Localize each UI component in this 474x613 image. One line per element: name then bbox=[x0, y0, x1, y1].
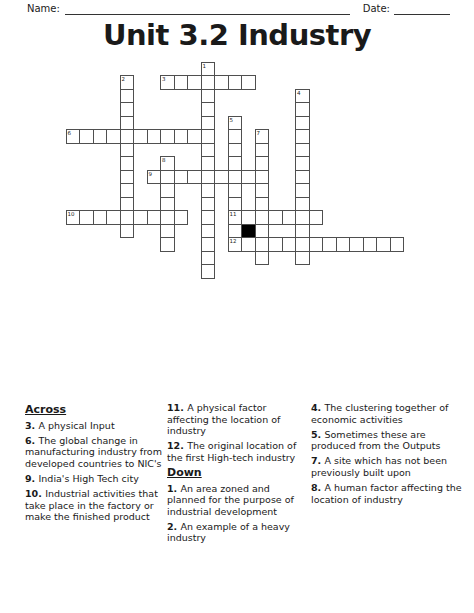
answer-cell[interactable] bbox=[255, 251, 270, 266]
answer-cell[interactable]: 11 bbox=[228, 210, 243, 225]
clue-12: 12. The original location of the first H… bbox=[167, 440, 307, 463]
cell-number: 4 bbox=[297, 90, 301, 96]
answer-cell[interactable] bbox=[187, 75, 202, 90]
answer-cell[interactable] bbox=[201, 156, 216, 171]
answer-cell[interactable] bbox=[201, 89, 216, 104]
answer-cell[interactable] bbox=[106, 210, 121, 225]
answer-cell[interactable] bbox=[120, 102, 135, 117]
answer-cell[interactable] bbox=[255, 183, 270, 198]
answer-cell[interactable] bbox=[160, 129, 175, 144]
answer-cell[interactable] bbox=[93, 210, 108, 225]
answer-cell[interactable] bbox=[120, 183, 135, 198]
answer-cell[interactable] bbox=[228, 183, 243, 198]
answer-cell[interactable] bbox=[255, 170, 270, 185]
answer-cell[interactable] bbox=[160, 183, 175, 198]
clue-number: 6. bbox=[25, 435, 39, 446]
clues-heading-down: Down bbox=[167, 467, 307, 479]
cell-number: 1 bbox=[203, 63, 207, 69]
answer-cell[interactable] bbox=[187, 170, 202, 185]
answer-cell[interactable] bbox=[255, 224, 270, 239]
answer-cell[interactable] bbox=[160, 210, 175, 225]
answer-cell[interactable] bbox=[228, 156, 243, 171]
answer-cell[interactable] bbox=[295, 129, 310, 144]
clue-number: 11. bbox=[167, 402, 187, 413]
clue-1: 1. An area zoned and planned for the pur… bbox=[167, 483, 307, 518]
answer-cell[interactable] bbox=[201, 102, 216, 117]
answer-cell[interactable] bbox=[349, 237, 364, 252]
date-label: Date: bbox=[363, 3, 390, 15]
clue-5: 5. Sometimes these are produced from the… bbox=[311, 429, 463, 452]
answer-cell[interactable]: 7 bbox=[255, 129, 270, 144]
answer-cell[interactable] bbox=[160, 237, 175, 252]
answer-cell[interactable] bbox=[322, 237, 337, 252]
clue-11: 11. A physical factor affecting the loca… bbox=[167, 402, 307, 437]
clues-column-2: 11. A physical factor affecting the loca… bbox=[167, 402, 307, 548]
answer-cell[interactable] bbox=[295, 170, 310, 185]
answer-cell[interactable] bbox=[201, 116, 216, 131]
answer-cell[interactable] bbox=[201, 251, 216, 266]
answer-cell[interactable] bbox=[160, 170, 175, 185]
clue-2: 2. An example of a heavy industry bbox=[167, 521, 307, 544]
answer-cell[interactable] bbox=[214, 75, 229, 90]
answer-cell[interactable] bbox=[336, 237, 351, 252]
answer-cell[interactable] bbox=[255, 210, 270, 225]
answer-cell[interactable]: 12 bbox=[228, 237, 243, 252]
clue-number: 1. bbox=[167, 483, 181, 494]
answer-cell[interactable] bbox=[201, 143, 216, 158]
answer-cell[interactable] bbox=[79, 129, 94, 144]
answer-cell[interactable]: 5 bbox=[228, 116, 243, 131]
cell-number: 2 bbox=[122, 76, 126, 82]
clues-heading-across: Across bbox=[25, 404, 163, 416]
answer-cell[interactable] bbox=[282, 237, 297, 252]
answer-cell[interactable] bbox=[174, 170, 189, 185]
answer-cell[interactable] bbox=[201, 197, 216, 212]
clue-4: 4. The clustering together of economic a… bbox=[311, 402, 463, 425]
clue-number: 8. bbox=[311, 482, 325, 493]
answer-cell[interactable] bbox=[282, 210, 297, 225]
answer-cell[interactable] bbox=[201, 183, 216, 198]
answer-cell[interactable] bbox=[295, 251, 310, 266]
worksheet-header: Name: Date: bbox=[27, 3, 450, 15]
clue-number: 7. bbox=[311, 455, 325, 466]
answer-cell[interactable] bbox=[120, 129, 135, 144]
answer-cell[interactable] bbox=[255, 197, 270, 212]
crossword-grid: 123456789101112 bbox=[66, 62, 404, 278]
cell-number: 6 bbox=[68, 130, 72, 136]
answer-cell[interactable] bbox=[160, 197, 175, 212]
answer-cell[interactable] bbox=[295, 237, 310, 252]
answer-cell[interactable] bbox=[174, 75, 189, 90]
answer-cell[interactable]: 10 bbox=[66, 210, 81, 225]
answer-cell[interactable] bbox=[241, 210, 256, 225]
answer-cell[interactable]: 1 bbox=[201, 62, 216, 77]
cell-number: 12 bbox=[230, 238, 237, 244]
answer-cell[interactable]: 8 bbox=[160, 156, 175, 171]
answer-cell[interactable] bbox=[201, 210, 216, 225]
answer-cell[interactable] bbox=[120, 224, 135, 239]
answer-cell[interactable] bbox=[201, 224, 216, 239]
answer-cell[interactable]: 6 bbox=[66, 129, 81, 144]
answer-cell[interactable]: 2 bbox=[120, 75, 135, 90]
answer-cell[interactable] bbox=[390, 237, 405, 252]
clue-number: 12. bbox=[167, 440, 187, 451]
cell-number: 9 bbox=[149, 171, 153, 177]
clue-number: 2. bbox=[167, 521, 181, 532]
answer-cell[interactable] bbox=[120, 197, 135, 212]
clues-column-1: Across3. A physical Input6. The global c… bbox=[25, 402, 163, 526]
answer-cell[interactable] bbox=[255, 156, 270, 171]
answer-cell[interactable] bbox=[174, 129, 189, 144]
cell-number: 10 bbox=[68, 211, 75, 217]
answer-cell[interactable] bbox=[255, 143, 270, 158]
answer-cell[interactable] bbox=[147, 210, 162, 225]
answer-cell[interactable] bbox=[241, 170, 256, 185]
answer-cell[interactable] bbox=[268, 237, 283, 252]
answer-cell[interactable] bbox=[295, 102, 310, 117]
answer-cell[interactable] bbox=[120, 143, 135, 158]
answer-cell[interactable] bbox=[228, 129, 243, 144]
date-blank-line bbox=[394, 3, 450, 15]
answer-cell[interactable] bbox=[228, 170, 243, 185]
clue-number: 4. bbox=[311, 402, 325, 413]
answer-cell[interactable] bbox=[93, 129, 108, 144]
clue-7: 7. A site which has not been previously … bbox=[311, 455, 463, 478]
answer-cell[interactable] bbox=[133, 129, 148, 144]
answer-cell[interactable] bbox=[201, 75, 216, 90]
answer-cell[interactable] bbox=[228, 75, 243, 90]
clue-6: 6. The global change in manufacturing in… bbox=[25, 435, 163, 470]
answer-cell[interactable]: 3 bbox=[160, 75, 175, 90]
answer-cell[interactable] bbox=[201, 264, 216, 279]
answer-cell[interactable] bbox=[120, 170, 135, 185]
answer-cell[interactable] bbox=[120, 116, 135, 131]
answer-cell[interactable] bbox=[120, 210, 135, 225]
clues-column-3: 4. The clustering together of economic a… bbox=[311, 402, 463, 509]
clue-number: 10. bbox=[25, 488, 45, 499]
answer-cell[interactable] bbox=[79, 210, 94, 225]
cell-number: 3 bbox=[162, 76, 166, 82]
answer-cell[interactable] bbox=[120, 156, 135, 171]
clue-8: 8. A human factor affecting the location… bbox=[311, 482, 463, 505]
answer-cell[interactable] bbox=[363, 237, 378, 252]
answer-cell[interactable] bbox=[228, 143, 243, 158]
answer-cell[interactable]: 4 bbox=[295, 89, 310, 104]
answer-cell[interactable] bbox=[201, 170, 216, 185]
name-blank-line bbox=[65, 3, 350, 15]
answer-cell[interactable] bbox=[255, 237, 270, 252]
clue-number: 3. bbox=[25, 420, 39, 431]
name-label: Name: bbox=[27, 3, 60, 15]
answer-cell[interactable] bbox=[268, 210, 283, 225]
answer-cell[interactable] bbox=[228, 224, 243, 239]
cell-number: 7 bbox=[257, 130, 261, 136]
answer-cell[interactable] bbox=[295, 116, 310, 131]
answer-cell[interactable] bbox=[228, 197, 243, 212]
page-title: Unit 3.2 Industry bbox=[0, 15, 474, 55]
answer-cell[interactable] bbox=[214, 170, 229, 185]
cell-number: 8 bbox=[162, 157, 166, 163]
answer-cell[interactable] bbox=[309, 237, 324, 252]
answer-cell[interactable] bbox=[120, 89, 135, 104]
answer-cell[interactable] bbox=[295, 197, 310, 212]
clue-number: 9. bbox=[25, 473, 39, 484]
answer-cell[interactable] bbox=[295, 183, 310, 198]
cell-number: 11 bbox=[230, 211, 237, 217]
answer-cell[interactable] bbox=[241, 75, 256, 90]
answer-cell[interactable] bbox=[201, 129, 216, 144]
answer-cell[interactable] bbox=[201, 237, 216, 252]
cell-number: 5 bbox=[230, 117, 234, 123]
worksheet-page: Name: Date: Unit 3.2 Industry 1234567891… bbox=[0, 0, 474, 613]
clue-10: 10. Industrial activities that take plac… bbox=[25, 488, 163, 523]
answer-cell[interactable] bbox=[295, 210, 310, 225]
answer-cell[interactable] bbox=[187, 129, 202, 144]
answer-cell[interactable] bbox=[376, 237, 391, 252]
black-cell bbox=[241, 224, 256, 239]
clue-9: 9. India's High Tech city bbox=[25, 473, 163, 485]
answer-cell[interactable] bbox=[295, 143, 310, 158]
answer-cell[interactable] bbox=[160, 224, 175, 239]
answer-cell[interactable] bbox=[133, 210, 148, 225]
answer-cell[interactable] bbox=[295, 156, 310, 171]
clue-number: 5. bbox=[311, 429, 325, 440]
clue-3: 3. A physical Input bbox=[25, 420, 163, 432]
answer-cell[interactable] bbox=[295, 224, 310, 239]
answer-cell[interactable]: 9 bbox=[147, 170, 162, 185]
answer-cell[interactable] bbox=[147, 129, 162, 144]
answer-cell[interactable] bbox=[241, 237, 256, 252]
answer-cell[interactable] bbox=[309, 210, 324, 225]
answer-cell[interactable] bbox=[106, 129, 121, 144]
answer-cell[interactable] bbox=[174, 210, 189, 225]
